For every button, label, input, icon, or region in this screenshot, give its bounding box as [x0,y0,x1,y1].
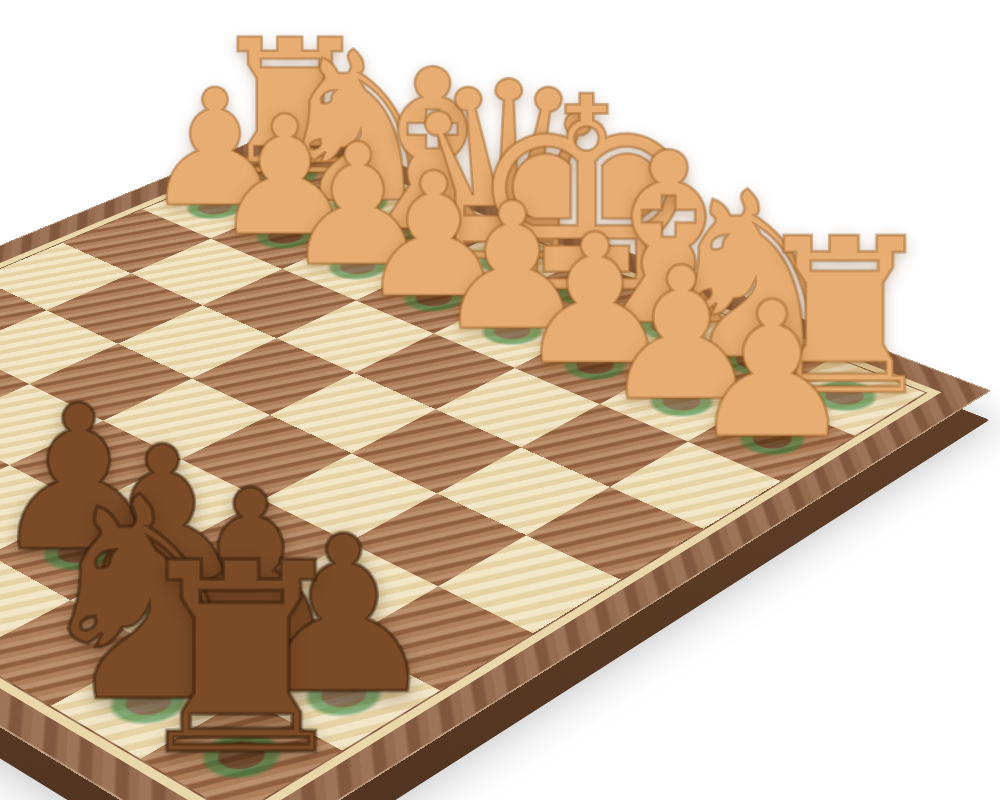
chess-set-photo: ♜♞♝♛♚♝♞♜♟♟♟♟♟♟♟♟♟♟♟♟♞♜ [0,0,1000,800]
white-pawn[interactable]: ♟ [688,277,856,465]
board-frame: ♜♞♝♛♚♝♞♜♟♟♟♟♟♟♟♟♟♟♟♟♞♜ [0,124,991,800]
black-rook[interactable]: ♜ [123,528,359,792]
square-r3c6[interactable] [435,368,599,448]
square-r8c8[interactable]: ♜ [141,698,342,800]
board-grid: ♜♞♝♛♚♝♞♜♟♟♟♟♟♟♟♟♟♟♟♟♞♜ [0,147,925,800]
chess-board: ♜♞♝♛♚♝♞♜♟♟♟♟♟♟♟♟♟♟♟♟♞♜ [0,124,991,800]
